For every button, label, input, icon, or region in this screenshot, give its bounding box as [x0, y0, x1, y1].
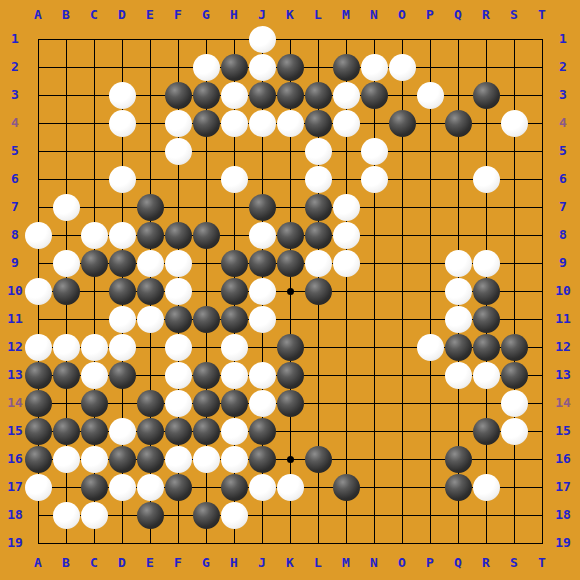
black-stone-J7 [249, 194, 276, 221]
black-stone-A13 [25, 362, 52, 389]
black-stone-D13 [109, 362, 136, 389]
white-stone-L9 [305, 250, 332, 277]
column-label-top-F: F [165, 7, 191, 23]
white-stone-E17 [137, 474, 164, 501]
black-stone-E15 [137, 418, 164, 445]
white-stone-G16 [193, 446, 220, 473]
column-label-bottom-P: P [417, 555, 443, 571]
black-stone-H2 [221, 54, 248, 81]
row-label-right-19: 19 [550, 535, 576, 551]
white-stone-F16 [165, 446, 192, 473]
row-label-left-7: 7 [2, 199, 28, 215]
column-label-bottom-R: R [473, 555, 499, 571]
white-stone-R13 [473, 362, 500, 389]
black-stone-A16 [25, 446, 52, 473]
black-stone-A14 [25, 390, 52, 417]
row-label-right-5: 5 [550, 143, 576, 159]
row-label-right-8: 8 [550, 227, 576, 243]
black-stone-J9 [249, 250, 276, 277]
black-stone-G8 [193, 222, 220, 249]
black-stone-D10 [109, 278, 136, 305]
row-label-right-9: 9 [550, 255, 576, 271]
row-label-left-18: 18 [2, 507, 28, 523]
black-stone-L3 [305, 82, 332, 109]
white-stone-F13 [165, 362, 192, 389]
black-stone-D16 [109, 446, 136, 473]
row-label-right-14: 14 [550, 395, 576, 411]
white-stone-M3 [333, 82, 360, 109]
white-stone-Q11 [445, 306, 472, 333]
black-stone-E7 [137, 194, 164, 221]
column-label-bottom-O: O [389, 555, 415, 571]
white-stone-J14 [249, 390, 276, 417]
black-stone-H17 [221, 474, 248, 501]
row-label-right-1: 1 [550, 31, 576, 47]
black-stone-M17 [333, 474, 360, 501]
black-stone-E16 [137, 446, 164, 473]
black-stone-F8 [165, 222, 192, 249]
black-stone-Q17 [445, 474, 472, 501]
column-label-bottom-C: C [81, 555, 107, 571]
column-label-bottom-Q: Q [445, 555, 471, 571]
white-stone-Q13 [445, 362, 472, 389]
black-stone-K13 [277, 362, 304, 389]
black-stone-H14 [221, 390, 248, 417]
black-stone-Q12 [445, 334, 472, 361]
white-stone-R6 [473, 166, 500, 193]
black-stone-L16 [305, 446, 332, 473]
black-stone-B10 [53, 278, 80, 305]
black-stone-L4 [305, 110, 332, 137]
row-label-right-18: 18 [550, 507, 576, 523]
black-stone-G15 [193, 418, 220, 445]
white-stone-D11 [109, 306, 136, 333]
column-label-top-B: B [53, 7, 79, 23]
white-stone-F12 [165, 334, 192, 361]
row-label-left-11: 11 [2, 311, 28, 327]
white-stone-D15 [109, 418, 136, 445]
column-label-bottom-H: H [221, 555, 247, 571]
black-stone-E10 [137, 278, 164, 305]
column-label-top-D: D [109, 7, 135, 23]
star-point-icon [287, 456, 294, 463]
column-label-top-E: E [137, 7, 163, 23]
column-label-bottom-N: N [361, 555, 387, 571]
black-stone-E8 [137, 222, 164, 249]
white-stone-B12 [53, 334, 80, 361]
white-stone-M4 [333, 110, 360, 137]
white-stone-D12 [109, 334, 136, 361]
column-label-bottom-A: A [25, 555, 51, 571]
black-stone-C14 [81, 390, 108, 417]
row-label-right-4: 4 [550, 115, 576, 131]
white-stone-E9 [137, 250, 164, 277]
column-label-top-H: H [221, 7, 247, 23]
white-stone-J11 [249, 306, 276, 333]
column-label-bottom-F: F [165, 555, 191, 571]
column-label-top-C: C [81, 7, 107, 23]
column-label-top-G: G [193, 7, 219, 23]
row-label-right-17: 17 [550, 479, 576, 495]
white-stone-M8 [333, 222, 360, 249]
column-label-top-O: O [389, 7, 415, 23]
column-label-top-M: M [333, 7, 359, 23]
black-stone-L8 [305, 222, 332, 249]
black-stone-S13 [501, 362, 528, 389]
black-stone-E14 [137, 390, 164, 417]
white-stone-C8 [81, 222, 108, 249]
white-stone-J13 [249, 362, 276, 389]
column-label-top-T: T [529, 7, 555, 23]
white-stone-N6 [361, 166, 388, 193]
black-stone-C9 [81, 250, 108, 277]
white-stone-A17 [25, 474, 52, 501]
black-stone-R12 [473, 334, 500, 361]
black-stone-E18 [137, 502, 164, 529]
black-stone-R10 [473, 278, 500, 305]
white-stone-J10 [249, 278, 276, 305]
white-stone-S14 [501, 390, 528, 417]
column-label-bottom-S: S [501, 555, 527, 571]
go-board[interactable]: AABBCCDDEEFFGGHHJJKKLLMMNNOOPPQQRRSSTT11… [0, 0, 580, 580]
row-label-right-15: 15 [550, 423, 576, 439]
black-stone-H11 [221, 306, 248, 333]
white-stone-C13 [81, 362, 108, 389]
white-stone-H15 [221, 418, 248, 445]
black-stone-A15 [25, 418, 52, 445]
row-label-left-4: 4 [2, 115, 28, 131]
row-label-left-19: 19 [2, 535, 28, 551]
black-stone-K8 [277, 222, 304, 249]
black-stone-K14 [277, 390, 304, 417]
black-stone-H9 [221, 250, 248, 277]
black-stone-R11 [473, 306, 500, 333]
black-stone-K3 [277, 82, 304, 109]
white-stone-H16 [221, 446, 248, 473]
white-stone-F14 [165, 390, 192, 417]
black-stone-G11 [193, 306, 220, 333]
white-stone-H13 [221, 362, 248, 389]
row-label-right-11: 11 [550, 311, 576, 327]
column-label-top-S: S [501, 7, 527, 23]
black-stone-C17 [81, 474, 108, 501]
white-stone-N2 [361, 54, 388, 81]
black-stone-J3 [249, 82, 276, 109]
column-label-bottom-D: D [109, 555, 135, 571]
white-stone-K4 [277, 110, 304, 137]
column-label-top-J: J [249, 7, 275, 23]
black-stone-Q16 [445, 446, 472, 473]
white-stone-J1 [249, 26, 276, 53]
black-stone-J16 [249, 446, 276, 473]
black-stone-H10 [221, 278, 248, 305]
black-stone-F15 [165, 418, 192, 445]
white-stone-D17 [109, 474, 136, 501]
black-stone-G14 [193, 390, 220, 417]
column-label-bottom-J: J [249, 555, 275, 571]
star-point-icon [287, 288, 294, 295]
row-label-right-13: 13 [550, 367, 576, 383]
white-stone-A8 [25, 222, 52, 249]
black-stone-R3 [473, 82, 500, 109]
column-label-bottom-E: E [137, 555, 163, 571]
black-stone-R15 [473, 418, 500, 445]
row-label-right-10: 10 [550, 283, 576, 299]
black-stone-C15 [81, 418, 108, 445]
white-stone-S15 [501, 418, 528, 445]
column-label-top-P: P [417, 7, 443, 23]
black-stone-Q4 [445, 110, 472, 137]
white-stone-M9 [333, 250, 360, 277]
column-label-top-L: L [305, 7, 331, 23]
black-stone-L7 [305, 194, 332, 221]
white-stone-R17 [473, 474, 500, 501]
white-stone-A12 [25, 334, 52, 361]
black-stone-L10 [305, 278, 332, 305]
black-stone-G4 [193, 110, 220, 137]
row-label-right-2: 2 [550, 59, 576, 75]
white-stone-L5 [305, 138, 332, 165]
white-stone-M7 [333, 194, 360, 221]
column-label-bottom-G: G [193, 555, 219, 571]
white-stone-H3 [221, 82, 248, 109]
row-label-left-2: 2 [2, 59, 28, 75]
white-stone-D3 [109, 82, 136, 109]
black-stone-K12 [277, 334, 304, 361]
column-label-top-Q: Q [445, 7, 471, 23]
white-stone-H12 [221, 334, 248, 361]
white-stone-O2 [389, 54, 416, 81]
column-label-top-A: A [25, 7, 51, 23]
white-stone-B18 [53, 502, 80, 529]
white-stone-F5 [165, 138, 192, 165]
black-stone-F17 [165, 474, 192, 501]
column-label-top-N: N [361, 7, 387, 23]
black-stone-G3 [193, 82, 220, 109]
white-stone-B7 [53, 194, 80, 221]
black-stone-O4 [389, 110, 416, 137]
white-stone-B9 [53, 250, 80, 277]
white-stone-D6 [109, 166, 136, 193]
column-label-bottom-K: K [277, 555, 303, 571]
row-label-left-9: 9 [2, 255, 28, 271]
white-stone-C16 [81, 446, 108, 473]
column-label-bottom-L: L [305, 555, 331, 571]
white-stone-K17 [277, 474, 304, 501]
white-stone-J8 [249, 222, 276, 249]
white-stone-S4 [501, 110, 528, 137]
white-stone-Q9 [445, 250, 472, 277]
white-stone-H18 [221, 502, 248, 529]
column-label-top-K: K [277, 7, 303, 23]
black-stone-G13 [193, 362, 220, 389]
white-stone-F4 [165, 110, 192, 137]
row-label-right-16: 16 [550, 451, 576, 467]
row-label-right-7: 7 [550, 199, 576, 215]
row-label-right-3: 3 [550, 87, 576, 103]
white-stone-E11 [137, 306, 164, 333]
row-label-left-1: 1 [2, 31, 28, 47]
white-stone-J17 [249, 474, 276, 501]
black-stone-J15 [249, 418, 276, 445]
column-label-bottom-M: M [333, 555, 359, 571]
white-stone-B16 [53, 446, 80, 473]
white-stone-H6 [221, 166, 248, 193]
black-stone-B13 [53, 362, 80, 389]
white-stone-D4 [109, 110, 136, 137]
white-stone-J2 [249, 54, 276, 81]
white-stone-C12 [81, 334, 108, 361]
row-label-right-6: 6 [550, 171, 576, 187]
white-stone-F9 [165, 250, 192, 277]
white-stone-F10 [165, 278, 192, 305]
black-stone-F3 [165, 82, 192, 109]
black-stone-K2 [277, 54, 304, 81]
black-stone-K9 [277, 250, 304, 277]
white-stone-J4 [249, 110, 276, 137]
black-stone-N3 [361, 82, 388, 109]
column-label-bottom-B: B [53, 555, 79, 571]
column-label-bottom-T: T [529, 555, 555, 571]
black-stone-F11 [165, 306, 192, 333]
row-label-right-12: 12 [550, 339, 576, 355]
black-stone-D9 [109, 250, 136, 277]
row-label-left-5: 5 [2, 143, 28, 159]
white-stone-Q10 [445, 278, 472, 305]
black-stone-G18 [193, 502, 220, 529]
black-stone-S12 [501, 334, 528, 361]
white-stone-P12 [417, 334, 444, 361]
black-stone-M2 [333, 54, 360, 81]
white-stone-N5 [361, 138, 388, 165]
white-stone-L6 [305, 166, 332, 193]
white-stone-H4 [221, 110, 248, 137]
white-stone-R9 [473, 250, 500, 277]
white-stone-P3 [417, 82, 444, 109]
black-stone-B15 [53, 418, 80, 445]
white-stone-A10 [25, 278, 52, 305]
white-stone-D8 [109, 222, 136, 249]
row-label-left-6: 6 [2, 171, 28, 187]
column-label-top-R: R [473, 7, 499, 23]
white-stone-G2 [193, 54, 220, 81]
white-stone-C18 [81, 502, 108, 529]
row-label-left-3: 3 [2, 87, 28, 103]
